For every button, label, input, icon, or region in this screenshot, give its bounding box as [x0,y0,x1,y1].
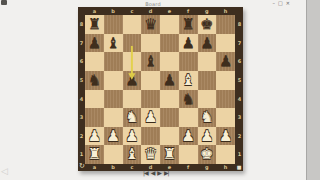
piece-white-pawn[interactable]: ♟ [198,127,217,146]
square-e1[interactable]: ♜ [160,145,179,164]
video-back-triangle-icon: ◁ [1,166,8,176]
square-h8[interactable] [216,15,235,34]
coord-rank-6: 6 [78,52,85,71]
piece-white-pawn[interactable]: ♟ [141,108,160,127]
square-g1[interactable]: ♚ [198,145,217,164]
square-e4[interactable] [160,90,179,109]
coord-rank-2: 2 [236,127,243,146]
app-icon [1,0,7,5]
piece-white-bishop[interactable]: ♝ [179,71,198,90]
square-f6[interactable] [179,52,198,71]
square-f8[interactable]: ♜ [179,15,198,34]
square-g8[interactable]: ♚ [198,15,217,34]
square-e8[interactable] [160,15,179,34]
coord-file-g: g [198,7,217,15]
coord-file-f: f [179,163,198,171]
coord-rank-4: 4 [236,90,243,109]
coord-rank-5: 5 [78,71,85,90]
coord-file-c: c [123,163,142,171]
piece-black-pawn[interactable]: ♟ [216,52,235,71]
board-squares: ♜♛♜♚♟♝♟♟♝♟♞♟♟♝♞♞♟♞♟♟♟♟♟♟♜♝♛♜♚ [85,15,235,164]
square-a7[interactable]: ♟ [85,34,104,53]
square-b2[interactable]: ♟ [104,127,123,146]
square-d2[interactable] [141,127,160,146]
coord-file-b: b [104,163,123,171]
square-h3[interactable] [216,108,235,127]
piece-black-queen[interactable]: ♛ [141,15,160,34]
square-b1[interactable] [104,145,123,164]
square-f1[interactable] [179,145,198,164]
coord-rank-4: 4 [78,90,85,109]
square-b6[interactable] [104,52,123,71]
square-e6[interactable] [160,52,179,71]
square-g6[interactable] [198,52,217,71]
square-e2[interactable] [160,127,179,146]
piece-white-king[interactable]: ♚ [198,145,217,164]
go-last-button[interactable]: ▶| [164,169,169,176]
square-a1[interactable]: ♜ [85,145,104,164]
desktop-edge-strip [306,0,320,180]
piece-black-bishop[interactable]: ♝ [104,34,123,53]
piece-black-bishop[interactable]: ♝ [141,52,160,71]
square-f3[interactable] [179,108,198,127]
piece-black-pawn[interactable]: ♟ [179,34,198,53]
square-a8[interactable]: ♜ [85,15,104,34]
square-f4[interactable]: ♞ [179,90,198,109]
square-c7[interactable] [123,34,142,53]
coord-file-h: h [216,7,235,15]
piece-white-queen[interactable]: ♛ [141,145,160,164]
piece-white-pawn[interactable]: ♟ [104,127,123,146]
piece-white-pawn[interactable]: ♟ [216,127,235,146]
square-b7[interactable]: ♝ [104,34,123,53]
piece-black-knight[interactable]: ♞ [179,90,198,109]
coord-rank-2: 2 [78,127,85,146]
square-d5[interactable] [141,71,160,90]
coord-file-f: f [179,7,198,15]
square-h5[interactable] [216,71,235,90]
coord-rank-7: 7 [236,34,243,53]
square-a4[interactable] [85,90,104,109]
square-b5[interactable] [104,71,123,90]
coord-rank-3: 3 [78,108,85,127]
coord-rank-5: 5 [236,71,243,90]
piece-white-pawn[interactable]: ♟ [123,127,142,146]
coord-file-a: a [85,7,104,15]
square-g7[interactable]: ♟ [198,34,217,53]
go-previous-button[interactable]: ◀ [151,169,155,176]
square-c5[interactable]: ♟ [123,71,142,90]
square-a6[interactable] [85,52,104,71]
square-g5[interactable] [198,71,217,90]
coord-rank-3: 3 [236,108,243,127]
square-e7[interactable] [160,34,179,53]
flip-board-icon[interactable]: ↻ [78,162,86,171]
piece-white-rook[interactable]: ♜ [85,145,104,164]
square-d7[interactable] [141,34,160,53]
square-a5[interactable]: ♞ [85,71,104,90]
piece-white-bishop[interactable]: ♝ [123,145,142,164]
coord-file-c: c [123,7,142,15]
piece-white-knight[interactable]: ♞ [123,108,142,127]
piece-black-pawn[interactable]: ♟ [198,34,217,53]
square-b8[interactable] [104,15,123,34]
square-a3[interactable] [85,108,104,127]
close-icon[interactable]: ✕ [286,0,290,6]
piece-black-pawn[interactable]: ♟ [85,34,104,53]
square-b4[interactable] [104,90,123,109]
piece-white-rook[interactable]: ♜ [160,145,179,164]
square-g3[interactable]: ♞ [198,108,217,127]
square-f2[interactable]: ♟ [179,127,198,146]
square-c4[interactable] [123,90,142,109]
square-d1[interactable]: ♛ [141,145,160,164]
square-h2[interactable]: ♟ [216,127,235,146]
coord-rank-1: 1 [236,145,243,164]
window-controls: – □ ✕ [273,0,290,6]
square-g2[interactable]: ♟ [198,127,217,146]
coord-rank-6: 6 [236,52,243,71]
square-a2[interactable]: ♟ [85,127,104,146]
piece-black-rook[interactable]: ♜ [85,15,104,34]
square-e3[interactable] [160,108,179,127]
square-g4[interactable] [198,90,217,109]
square-h4[interactable] [216,90,235,109]
coord-file-d: d [141,7,160,15]
square-h6[interactable]: ♟ [216,52,235,71]
piece-black-rook[interactable]: ♜ [179,15,198,34]
coord-rank-8: 8 [236,15,243,34]
coord-file-g: g [198,163,217,171]
piece-white-knight[interactable]: ♞ [198,108,217,127]
square-c8[interactable] [123,15,142,34]
square-e5[interactable]: ♟ [160,71,179,90]
game-navigation-toolbar: |◀◀▶▶| [143,169,169,176]
square-h7[interactable] [216,34,235,53]
piece-black-pawn[interactable]: ♟ [160,71,179,90]
stop-square-icon[interactable]: ■ [235,163,243,171]
square-h1[interactable] [216,145,235,164]
square-d4[interactable] [141,90,160,109]
square-c2[interactable]: ♟ [123,127,142,146]
coord-file-a: a [85,163,104,171]
go-next-button[interactable]: ▶ [157,169,161,176]
square-d6[interactable]: ♝ [141,52,160,71]
coord-file-e: e [160,7,179,15]
minimize-icon[interactable]: – [273,0,276,6]
maximize-icon[interactable]: □ [278,0,283,6]
square-d3[interactable]: ♟ [141,108,160,127]
coord-rank-8: 8 [78,15,85,34]
coord-file-b: b [104,7,123,15]
piece-black-pawn[interactable]: ♟ [123,71,142,90]
square-c1[interactable]: ♝ [123,145,142,164]
go-first-button[interactable]: |◀ [143,169,148,176]
coord-file-h: h [216,163,235,171]
piece-white-pawn[interactable]: ♟ [85,127,104,146]
piece-white-pawn[interactable]: ♟ [179,127,198,146]
square-b3[interactable] [104,108,123,127]
square-c6[interactable] [123,52,142,71]
square-c3[interactable]: ♞ [123,108,142,127]
square-d8[interactable]: ♛ [141,15,160,34]
coord-rank-7: 7 [78,34,85,53]
piece-black-knight[interactable]: ♞ [85,71,104,90]
square-f7[interactable]: ♟ [179,34,198,53]
piece-black-king[interactable]: ♚ [198,15,217,34]
square-f5[interactable]: ♝ [179,71,198,90]
chess-board: ♜♛♜♚♟♝♟♟♝♟♞♟♟♝♞♞♟♞♟♟♟♟♟♟♜♝♛♜♚ aabbccddee… [78,7,243,171]
